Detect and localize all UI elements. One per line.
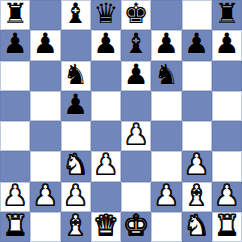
square-g7[interactable]: ♟ [182,30,212,60]
square-g4[interactable] [182,121,212,151]
square-g6[interactable] [182,61,212,91]
square-h5[interactable] [212,91,242,121]
square-h6[interactable] [212,61,242,91]
square-b7[interactable]: ♟ [30,30,60,60]
square-b6[interactable] [30,61,60,91]
piece-black-rook[interactable]: ♜ [3,0,28,28]
square-e6[interactable]: ♟ [121,61,151,91]
square-c7[interactable] [61,30,91,60]
square-h8[interactable]: ♜ [212,0,242,30]
square-f1[interactable] [151,212,181,242]
piece-white-pawn[interactable]: ♟ [3,182,28,210]
square-f8[interactable] [151,0,181,30]
square-e4[interactable]: ♟ [121,121,151,151]
piece-black-pawn[interactable]: ♟ [154,30,179,58]
square-e1[interactable]: ♚ [121,212,151,242]
square-d4[interactable] [91,121,121,151]
square-c8[interactable]: ♝ [61,0,91,30]
piece-black-rook[interactable]: ♜ [214,0,239,28]
piece-black-king[interactable]: ♚ [124,0,149,28]
square-f4[interactable] [151,121,181,151]
square-h7[interactable]: ♟ [212,30,242,60]
piece-black-knight[interactable]: ♞ [154,61,179,89]
piece-white-pawn[interactable]: ♟ [63,182,88,210]
piece-white-pawn[interactable]: ♟ [184,151,209,179]
piece-white-pawn[interactable]: ♟ [93,151,118,179]
square-g1[interactable]: ♞ [182,212,212,242]
square-e2[interactable] [121,182,151,212]
square-a2[interactable]: ♟ [0,182,30,212]
piece-black-pawn[interactable]: ♟ [124,61,149,89]
square-g8[interactable] [182,0,212,30]
square-g5[interactable] [182,91,212,121]
square-a1[interactable]: ♜ [0,212,30,242]
square-g2[interactable]: ♝ [182,182,212,212]
square-f2[interactable]: ♟ [151,182,181,212]
square-a6[interactable] [0,61,30,91]
piece-black-pawn[interactable]: ♟ [184,30,209,58]
square-d7[interactable]: ♟ [91,30,121,60]
square-c3[interactable]: ♞ [61,151,91,181]
square-a8[interactable]: ♜ [0,0,30,30]
square-h1[interactable]: ♜ [212,212,242,242]
square-b3[interactable] [30,151,60,181]
square-f3[interactable] [151,151,181,181]
square-f7[interactable]: ♟ [151,30,181,60]
piece-white-rook[interactable]: ♜ [214,212,239,240]
square-b1[interactable] [30,212,60,242]
piece-black-pawn[interactable]: ♟ [214,30,239,58]
square-d5[interactable] [91,91,121,121]
square-c2[interactable]: ♟ [61,182,91,212]
square-d2[interactable] [91,182,121,212]
piece-white-pawn[interactable]: ♟ [214,182,239,210]
piece-white-rook[interactable]: ♜ [3,212,28,240]
square-a5[interactable] [0,91,30,121]
piece-white-bishop[interactable]: ♝ [63,212,88,240]
square-e7[interactable]: ♝ [121,30,151,60]
square-e5[interactable] [121,91,151,121]
piece-white-pawn[interactable]: ♟ [154,182,179,210]
piece-black-pawn[interactable]: ♟ [3,30,28,58]
piece-black-bishop[interactable]: ♝ [63,0,88,28]
piece-white-king[interactable]: ♚ [124,212,149,240]
piece-black-pawn[interactable]: ♟ [63,91,88,119]
square-h4[interactable] [212,121,242,151]
square-f6[interactable]: ♞ [151,61,181,91]
square-c4[interactable] [61,121,91,151]
square-e3[interactable] [121,151,151,181]
square-h2[interactable]: ♟ [212,182,242,212]
square-c1[interactable]: ♝ [61,212,91,242]
piece-white-pawn[interactable]: ♟ [33,182,58,210]
square-f5[interactable] [151,91,181,121]
square-e8[interactable]: ♚ [121,0,151,30]
square-b8[interactable] [30,0,60,30]
square-c6[interactable]: ♞ [61,61,91,91]
chess-board: ♜♝♛♚♜♟♟♟♝♟♟♟♞♟♞♟♟♞♟♟♟♟♟♟♝♟♜♝♛♚♞♜ [0,0,242,242]
square-h3[interactable] [212,151,242,181]
piece-black-knight[interactable]: ♞ [63,61,88,89]
square-c5[interactable]: ♟ [61,91,91,121]
square-b5[interactable] [30,91,60,121]
square-a4[interactable] [0,121,30,151]
piece-white-pawn[interactable]: ♟ [124,121,149,149]
square-a3[interactable] [0,151,30,181]
piece-black-bishop[interactable]: ♝ [124,30,149,58]
square-d6[interactable] [91,61,121,91]
piece-white-knight[interactable]: ♞ [184,212,209,240]
piece-white-queen[interactable]: ♛ [93,212,118,240]
square-d3[interactable]: ♟ [91,151,121,181]
square-d8[interactable]: ♛ [91,0,121,30]
piece-black-pawn[interactable]: ♟ [93,30,118,58]
square-a7[interactable]: ♟ [0,30,30,60]
piece-black-pawn[interactable]: ♟ [33,30,58,58]
piece-black-queen[interactable]: ♛ [93,0,118,28]
square-d1[interactable]: ♛ [91,212,121,242]
square-b4[interactable] [30,121,60,151]
square-b2[interactable]: ♟ [30,182,60,212]
square-g3[interactable]: ♟ [182,151,212,181]
piece-white-knight[interactable]: ♞ [63,151,88,179]
piece-white-bishop[interactable]: ♝ [184,182,209,210]
